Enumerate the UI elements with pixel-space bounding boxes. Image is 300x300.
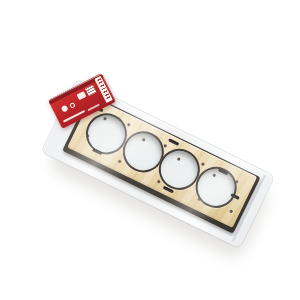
label-fine-print-line	[87, 104, 99, 112]
screw-hole	[157, 180, 160, 183]
brand-logo-icon	[61, 105, 69, 113]
screw-hole	[163, 144, 166, 147]
certification-icon	[69, 102, 76, 109]
screw-hole	[118, 159, 121, 162]
mounting-slot	[168, 138, 179, 146]
label-vertical-text	[97, 78, 111, 100]
label-text-block	[77, 91, 87, 100]
screw-hole	[235, 180, 238, 183]
label-spec-block	[85, 84, 97, 96]
screw-hole	[201, 162, 204, 165]
screw-hole	[229, 209, 232, 212]
screw-hole	[127, 123, 130, 126]
label-side-band	[94, 76, 112, 103]
product-photo	[0, 0, 300, 300]
